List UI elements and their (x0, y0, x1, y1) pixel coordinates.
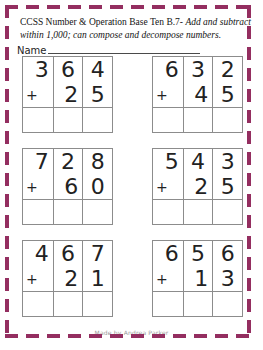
ones-digit: 5 (212, 174, 242, 199)
addition-problem-4: 5 4 3 + 2 5 (152, 148, 243, 225)
answer-cell[interactable] (82, 291, 112, 316)
tens-digit: 2 (183, 174, 213, 199)
tens-digit: 6 (53, 174, 83, 199)
standard-label: CCSS Number & Operation Base Ten B.7- (20, 17, 183, 27)
tens-digit: 2 (53, 82, 83, 107)
worksheet-page: CCSS Number & Operation Base Ten B.7- Ad… (0, 0, 263, 350)
tens-digit: 1 (183, 266, 213, 291)
ones-digit: 7 (82, 241, 112, 266)
ones-digit: 5 (212, 82, 242, 107)
answer-cell[interactable] (183, 107, 213, 132)
answer-cell[interactable] (82, 107, 112, 132)
name-label: Name (17, 45, 47, 56)
ones-digit: 0 (82, 174, 112, 199)
answer-cell[interactable] (53, 291, 83, 316)
tens-digit: 3 (183, 57, 213, 82)
answer-cell[interactable] (183, 291, 213, 316)
answer-cell[interactable] (212, 291, 242, 316)
tens-digit: 4 (183, 82, 213, 107)
problems-grid: 3 6 4 + 2 5 6 3 2 + 4 5 7 2 8 + 6 (22, 56, 243, 317)
answer-cell[interactable] (53, 107, 83, 132)
addition-problem-6: 6 5 6 + 1 3 (152, 240, 243, 317)
answer-cell[interactable] (23, 107, 53, 132)
hundreds-digit: 7 (23, 149, 53, 174)
hundreds-digit: 5 (153, 149, 183, 174)
addition-problem-2: 6 3 2 + 4 5 (152, 56, 243, 133)
tens-digit: 6 (53, 241, 83, 266)
answer-cell[interactable] (183, 199, 213, 224)
hundreds-digit: 4 (23, 241, 53, 266)
addition-problem-1: 3 6 4 + 2 5 (22, 56, 113, 133)
answer-cell[interactable] (212, 107, 242, 132)
answer-cell[interactable] (23, 291, 53, 316)
page-border-right (247, 5, 251, 338)
plus-sign: + (153, 174, 183, 199)
standard-description-part1: Add and subtract (185, 17, 250, 27)
ones-digit: 3 (212, 149, 242, 174)
tens-digit: 2 (53, 266, 83, 291)
ones-digit: 3 (212, 266, 242, 291)
answer-cell[interactable] (153, 199, 183, 224)
page-border-bottom (5, 334, 251, 338)
hundreds-digit: 6 (153, 241, 183, 266)
standard-description-part2: within 1,000; can compose and decompose … (20, 29, 254, 42)
plus-sign: + (23, 266, 53, 291)
page-border-top (5, 5, 251, 9)
answer-cell[interactable] (82, 199, 112, 224)
answer-cell[interactable] (212, 199, 242, 224)
addition-problem-5: 4 6 7 + 2 1 (22, 240, 113, 317)
worksheet-header: CCSS Number & Operation Base Ten B.7- Ad… (20, 16, 254, 41)
addition-problem-3: 7 2 8 + 6 0 (22, 148, 113, 225)
name-input-line[interactable] (48, 42, 200, 54)
hundreds-digit: 6 (153, 57, 183, 82)
plus-sign: + (153, 266, 183, 291)
answer-cell[interactable] (153, 107, 183, 132)
plus-sign: + (23, 82, 53, 107)
ones-digit: 5 (82, 82, 112, 107)
ones-digit: 8 (82, 149, 112, 174)
ones-digit: 6 (212, 241, 242, 266)
plus-sign: + (23, 174, 53, 199)
answer-cell[interactable] (153, 291, 183, 316)
ones-digit: 1 (82, 266, 112, 291)
page-border-left (5, 5, 9, 338)
ones-digit: 4 (82, 57, 112, 82)
answer-cell[interactable] (23, 199, 53, 224)
tens-digit: 2 (53, 149, 83, 174)
answer-cell[interactable] (53, 199, 83, 224)
tens-digit: 6 (53, 57, 83, 82)
plus-sign: + (153, 82, 183, 107)
tens-digit: 4 (183, 149, 213, 174)
tens-digit: 5 (183, 241, 213, 266)
ones-digit: 2 (212, 57, 242, 82)
header-line-1: CCSS Number & Operation Base Ten B.7- Ad… (20, 16, 254, 29)
hundreds-digit: 3 (23, 57, 53, 82)
name-row: Name (17, 42, 200, 56)
